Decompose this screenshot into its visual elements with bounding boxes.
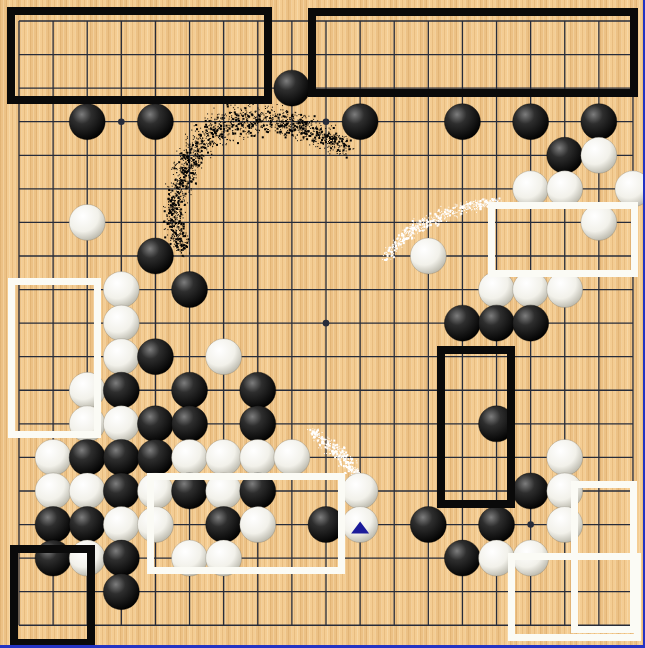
black-stone (240, 406, 276, 442)
black-stone (410, 507, 446, 543)
white-stone (69, 473, 105, 509)
black-stone (513, 104, 549, 140)
black-stone (69, 439, 105, 475)
white-stone (547, 439, 583, 475)
white-stone (513, 171, 549, 207)
white-stone (103, 339, 139, 375)
white-stone (410, 238, 446, 274)
black-stone (103, 540, 139, 576)
star-point (323, 118, 330, 125)
white-stone (103, 272, 139, 308)
white-stone (581, 137, 617, 173)
black-stone (69, 507, 105, 543)
black-stone (103, 473, 139, 509)
black-stone (513, 473, 549, 509)
white-stone (137, 507, 173, 543)
star-point (118, 118, 125, 125)
star-point (527, 521, 534, 528)
black-stone (240, 372, 276, 408)
black-stone (513, 305, 549, 341)
white-stone (206, 439, 242, 475)
black-stone (342, 104, 378, 140)
white-stone (240, 439, 276, 475)
scribble-annotations (163, 102, 502, 480)
white-stone (240, 507, 276, 543)
go-board-canvas[interactable] (0, 0, 645, 648)
black-stone (479, 305, 515, 341)
black-stone (103, 574, 139, 610)
white-stone (103, 507, 139, 543)
white-spray-bottom-left (307, 428, 360, 479)
black-stone (172, 272, 208, 308)
black-stone (137, 439, 173, 475)
black-stone (479, 507, 515, 543)
black-stone (137, 238, 173, 274)
black-stone (137, 104, 173, 140)
black-stone (547, 137, 583, 173)
black-stone (137, 406, 173, 442)
white-stone (274, 439, 310, 475)
black-stone (69, 104, 105, 140)
black-stone (581, 104, 617, 140)
black-spray-top (163, 102, 357, 258)
white-stone (35, 473, 71, 509)
white-stone (172, 439, 208, 475)
white-stone (103, 406, 139, 442)
black-stone (206, 507, 242, 543)
white-stone (581, 204, 617, 240)
black-stone (444, 540, 480, 576)
white-stone (342, 473, 378, 509)
black-stone (172, 372, 208, 408)
white-stone (615, 171, 645, 207)
star-point (323, 320, 330, 327)
go-board[interactable] (0, 0, 645, 648)
black-rect-top-left (11, 11, 268, 100)
white-stone (103, 305, 139, 341)
white-stone (206, 339, 242, 375)
black-stone (274, 70, 310, 106)
black-stone (172, 406, 208, 442)
black-stone (444, 305, 480, 341)
black-stone (137, 339, 173, 375)
black-stone (103, 439, 139, 475)
white-stone (35, 439, 71, 475)
black-stone (444, 104, 480, 140)
white-stone (69, 204, 105, 240)
black-stone (35, 507, 71, 543)
black-stone (103, 372, 139, 408)
white-stone (547, 171, 583, 207)
